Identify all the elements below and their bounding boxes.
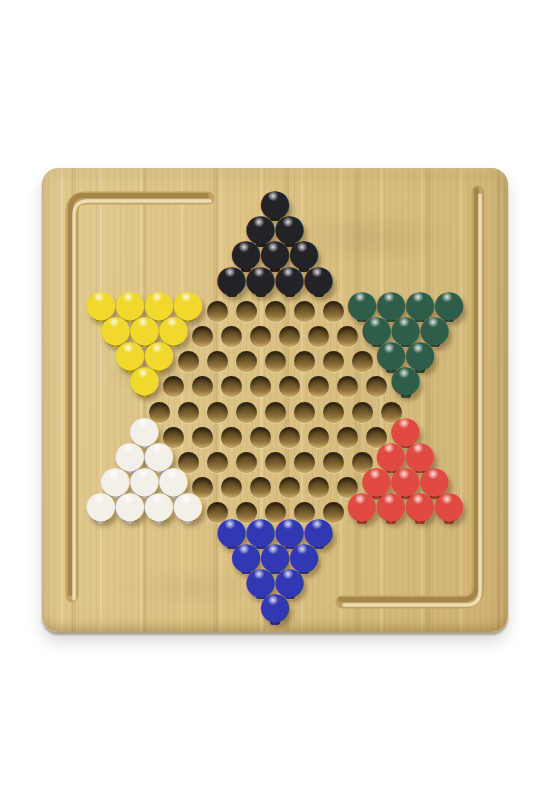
board-hole[interactable] xyxy=(192,376,213,397)
board-hole[interactable] xyxy=(192,427,213,448)
board-hole[interactable] xyxy=(221,326,242,347)
board-hole[interactable] xyxy=(221,376,242,397)
board-hole[interactable] xyxy=(221,477,242,498)
board-hole[interactable] xyxy=(308,427,329,448)
board-hole[interactable] xyxy=(178,351,199,372)
peg-white[interactable]: ● xyxy=(171,488,205,522)
board-hole[interactable] xyxy=(352,351,373,372)
board-hole[interactable] xyxy=(279,477,300,498)
board-hole[interactable] xyxy=(207,301,228,322)
board-hole[interactable] xyxy=(250,427,271,448)
board-hole[interactable] xyxy=(279,427,300,448)
board-hole[interactable] xyxy=(207,452,228,473)
peg-blue[interactable]: ● xyxy=(258,589,292,623)
board-hole[interactable] xyxy=(323,402,344,423)
board-hole[interactable] xyxy=(207,351,228,372)
board-hole[interactable] xyxy=(323,351,344,372)
board-hole[interactable] xyxy=(294,452,315,473)
board-hole[interactable] xyxy=(207,402,228,423)
board-hole[interactable] xyxy=(308,326,329,347)
board-hole[interactable] xyxy=(221,427,242,448)
board-hole[interactable] xyxy=(265,351,286,372)
board-hole[interactable] xyxy=(250,326,271,347)
board-hole[interactable] xyxy=(294,301,315,322)
board-hole[interactable] xyxy=(236,301,257,322)
board-hole[interactable] xyxy=(163,376,184,397)
board-hole[interactable] xyxy=(265,402,286,423)
board-hole[interactable] xyxy=(265,301,286,322)
board-hole[interactable] xyxy=(294,351,315,372)
board-hole[interactable] xyxy=(236,351,257,372)
board-hole[interactable] xyxy=(250,376,271,397)
board-hole[interactable] xyxy=(279,326,300,347)
board-hole[interactable] xyxy=(323,452,344,473)
peg-green[interactable]: ● xyxy=(389,362,423,396)
board-hole[interactable] xyxy=(308,477,329,498)
board-hole[interactable] xyxy=(337,376,358,397)
board-hole[interactable] xyxy=(294,402,315,423)
peg-yellow[interactable]: ● xyxy=(128,362,162,396)
board-hole[interactable] xyxy=(337,326,358,347)
board-hole[interactable] xyxy=(192,326,213,347)
board-hole[interactable] xyxy=(366,376,387,397)
board-hole[interactable] xyxy=(337,427,358,448)
board-hole[interactable] xyxy=(236,452,257,473)
board-hole[interactable] xyxy=(250,477,271,498)
board-hole[interactable] xyxy=(279,376,300,397)
board-hole[interactable] xyxy=(178,402,199,423)
chinese-checkers-board: ●●●●●●●●●●●●●●●●●●●●●●●●●●●●●●●●●●●●●●●●… xyxy=(42,168,508,632)
peg-black[interactable]: ● xyxy=(302,261,336,295)
board-hole[interactable] xyxy=(265,452,286,473)
board-hole[interactable] xyxy=(323,301,344,322)
board-hole[interactable] xyxy=(352,402,373,423)
peg-red[interactable]: ● xyxy=(432,488,466,522)
board-hole[interactable] xyxy=(236,402,257,423)
board-hole[interactable] xyxy=(308,376,329,397)
